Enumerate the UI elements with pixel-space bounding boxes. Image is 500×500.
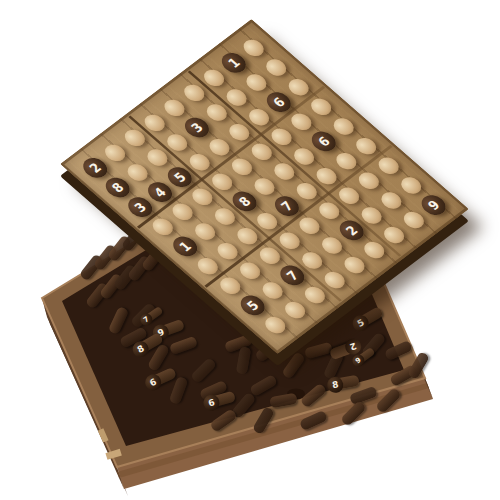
blank-peg[interactable] xyxy=(397,174,425,197)
blank-peg[interactable] xyxy=(352,135,380,158)
blank-peg[interactable] xyxy=(307,95,335,118)
blank-peg[interactable] xyxy=(330,115,358,138)
blank-peg[interactable] xyxy=(285,76,313,99)
blank-peg[interactable] xyxy=(240,36,268,59)
blank-peg[interactable] xyxy=(375,154,403,177)
product-photo-wooden-sudoku: { "game": "sudoku", "scene": "Wooden sud… xyxy=(0,0,500,500)
blank-peg[interactable] xyxy=(262,56,290,79)
